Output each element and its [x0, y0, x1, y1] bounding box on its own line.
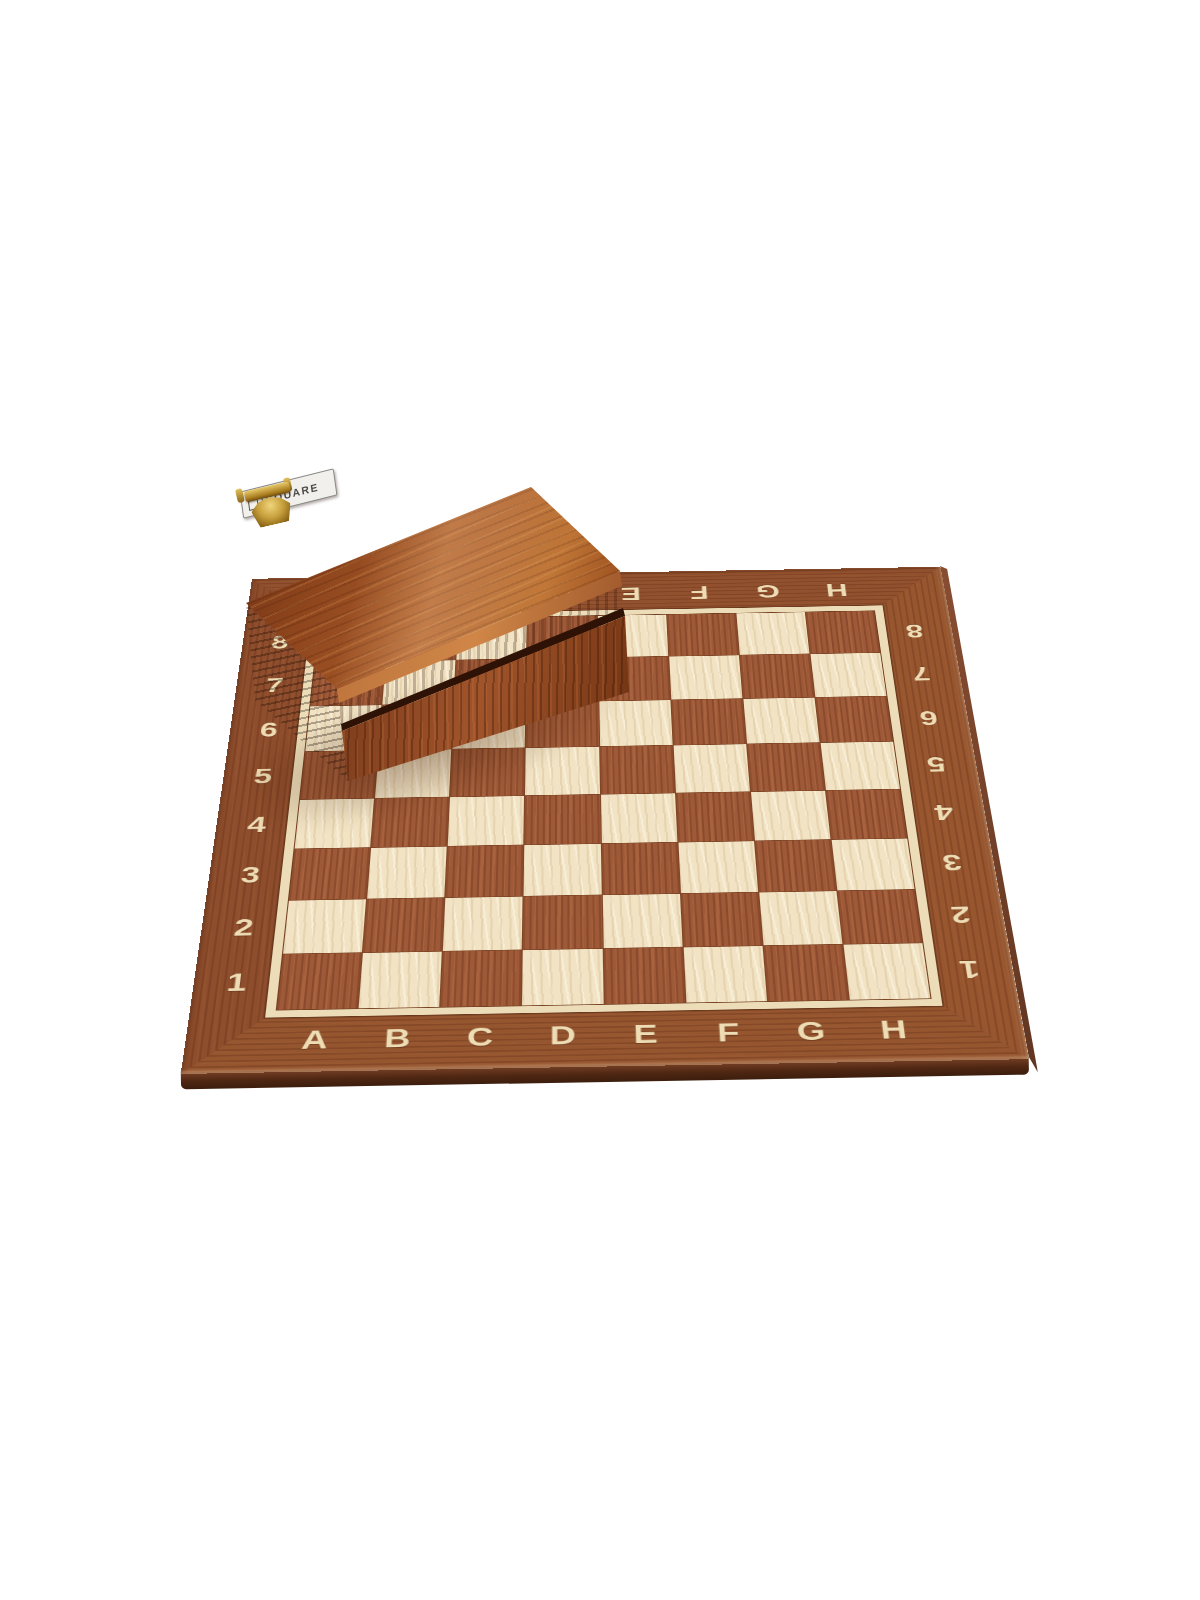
rank-label-left-3: 3: [206, 849, 295, 902]
file-label-bottom-a: A: [270, 1008, 359, 1072]
square-e2: [602, 894, 682, 948]
square-h7: [810, 653, 886, 697]
file-label-bottom-f: F: [685, 1001, 772, 1065]
square-g2: [759, 891, 842, 945]
square-h3: [831, 838, 914, 890]
chess-pieces-box: SQUARE: [240, 480, 660, 810]
file-label-top-f: F: [664, 570, 735, 614]
rank-label-left-2: 2: [198, 900, 289, 955]
square-e3: [601, 842, 679, 894]
product-photo: AA11BB22CC33DD44EE55FF66GG77HH88 SQUARE: [0, 0, 1200, 1600]
square-h5: [821, 742, 900, 790]
square-c2: [443, 896, 523, 950]
file-label-bottom-c: C: [437, 1005, 522, 1069]
rank-label-right-8: 8: [874, 610, 955, 653]
square-c1: [441, 950, 523, 1007]
rank-label-right-5: 5: [893, 740, 980, 788]
square-g6: [743, 698, 819, 744]
square-b3: [367, 846, 447, 898]
file-label-top-g: G: [732, 569, 805, 613]
brass-clasp-icon: [234, 474, 307, 543]
square-c3: [446, 845, 524, 897]
file-label-top-h: H: [800, 568, 874, 612]
square-d3: [524, 844, 601, 896]
square-f7: [669, 655, 742, 699]
square-g1: [763, 945, 848, 1002]
square-g5: [747, 743, 825, 791]
square-d2: [523, 895, 602, 949]
square-h8: [806, 611, 881, 654]
square-h2: [837, 890, 922, 944]
rank-label-left-1: 1: [190, 954, 283, 1012]
rank-label-right-4: 4: [900, 787, 989, 837]
square-f1: [683, 946, 766, 1003]
square-h6: [815, 697, 893, 743]
file-label-bottom-d: D: [521, 1004, 605, 1068]
file-label-bottom-h: H: [849, 998, 940, 1062]
square-g4: [751, 790, 831, 840]
square-f8: [667, 613, 739, 656]
square-f6: [671, 699, 746, 745]
square-h4: [826, 789, 907, 839]
square-a3: [289, 848, 370, 900]
square-a1: [277, 953, 362, 1010]
square-g8: [736, 612, 809, 655]
square-a2: [283, 899, 366, 953]
file-label-bottom-b: B: [354, 1007, 441, 1071]
square-f5: [673, 744, 749, 792]
square-f4: [676, 792, 754, 842]
square-h1: [843, 943, 930, 1000]
rank-label-right-3: 3: [907, 836, 998, 889]
rank-label-right-1: 1: [922, 941, 1017, 998]
rank-label-right-6: 6: [887, 695, 972, 742]
square-g3: [755, 840, 836, 892]
square-f3: [678, 841, 758, 893]
file-label-bottom-e: E: [604, 1003, 689, 1067]
square-e1: [603, 947, 685, 1004]
square-b2: [363, 898, 444, 952]
square-b1: [359, 952, 442, 1009]
file-label-bottom-g: G: [767, 1000, 856, 1064]
square-g7: [740, 654, 815, 698]
rank-label-right-2: 2: [915, 888, 1008, 943]
square-f2: [681, 892, 763, 946]
rank-label-right-7: 7: [880, 652, 963, 697]
square-d1: [522, 949, 603, 1006]
